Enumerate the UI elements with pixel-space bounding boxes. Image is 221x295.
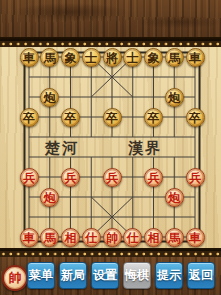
piece-red-p[interactable]: 兵 [186, 168, 205, 187]
piece-red-k[interactable]: 帥 [103, 228, 122, 247]
undo-button[interactable]: 悔棋 [123, 262, 151, 289]
piece-red-r[interactable]: 車 [186, 228, 205, 247]
piece-black-p[interactable]: 卒 [144, 108, 163, 127]
piece-red-n[interactable]: 馬 [40, 228, 59, 247]
piece-red-n[interactable]: 馬 [165, 228, 184, 247]
xiangqi-board[interactable]: 楚河 漢界 車馬象士將士象馬車炮炮卒卒卒卒卒兵兵兵兵兵炮炮車馬相仕帥仕相馬車 [0, 47, 221, 248]
piece-red-p[interactable]: 兵 [61, 168, 80, 187]
piece-black-p[interactable]: 卒 [61, 108, 80, 127]
piece-black-b[interactable]: 象 [144, 48, 163, 67]
piece-black-r[interactable]: 車 [186, 48, 205, 67]
hint-button[interactable]: 提示 [155, 262, 183, 289]
piece-black-p[interactable]: 卒 [20, 108, 39, 127]
board-grid-lines [0, 47, 221, 248]
piece-black-r[interactable]: 車 [20, 48, 39, 67]
settings-button[interactable]: 设置 [91, 262, 119, 289]
piece-black-a[interactable]: 士 [82, 48, 101, 67]
xiangqi-app-screen: 楚河 漢界 車馬象士將士象馬車炮炮卒卒卒卒卒兵兵兵兵兵炮炮車馬相仕帥仕相馬車 帥… [0, 0, 221, 295]
menu-button[interactable]: 菜单 [27, 262, 55, 289]
back-button[interactable]: 返回 [187, 262, 215, 289]
piece-red-c[interactable]: 炮 [165, 188, 184, 207]
piece-black-p[interactable]: 卒 [186, 108, 205, 127]
piece-black-p[interactable]: 卒 [103, 108, 122, 127]
piece-red-p[interactable]: 兵 [103, 168, 122, 187]
river-label-chu-he: 楚河 [45, 139, 79, 157]
river-label-han-jie: 漢界 [128, 139, 162, 157]
piece-red-a[interactable]: 仕 [82, 228, 101, 247]
piece-black-b[interactable]: 象 [61, 48, 80, 67]
piece-black-c[interactable]: 炮 [40, 88, 59, 107]
piece-black-a[interactable]: 士 [123, 48, 142, 67]
piece-black-k[interactable]: 將 [103, 48, 122, 67]
toolbar: 菜单新局设置悔棋提示返回 [27, 262, 219, 289]
piece-red-a[interactable]: 仕 [123, 228, 142, 247]
new-game-button[interactable]: 新局 [59, 262, 87, 289]
piece-red-c[interactable]: 炮 [40, 188, 59, 207]
piece-black-n[interactable]: 馬 [165, 48, 184, 67]
piece-black-n[interactable]: 馬 [40, 48, 59, 67]
piece-red-b[interactable]: 相 [61, 228, 80, 247]
piece-red-b[interactable]: 相 [144, 228, 163, 247]
wood-header [0, 0, 221, 37]
red-turn-indicator-piece: 帥 [2, 265, 28, 291]
piece-red-p[interactable]: 兵 [20, 168, 39, 187]
piece-black-c[interactable]: 炮 [165, 88, 184, 107]
piece-red-p[interactable]: 兵 [144, 168, 163, 187]
piece-red-r[interactable]: 車 [20, 228, 39, 247]
